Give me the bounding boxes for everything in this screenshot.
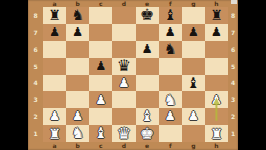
square-a6[interactable]: [43, 41, 66, 58]
square-a4[interactable]: [43, 75, 66, 92]
file-label-e: e: [136, 142, 159, 150]
black-rook-a8: ♜: [48, 8, 61, 22]
square-g8[interactable]: [182, 7, 205, 24]
square-f5[interactable]: [159, 58, 182, 75]
rank-label-5: 5: [28, 58, 43, 75]
square-e2[interactable]: ♝: [136, 108, 159, 125]
black-pawn-f7: ♟: [165, 26, 176, 39]
square-b2[interactable]: ♟: [66, 108, 89, 125]
white-pawn-g2: ♟: [188, 110, 199, 123]
rank-label-3: 3: [228, 91, 238, 108]
black-pawn-a7: ♟: [49, 26, 60, 39]
rank-label-6: 6: [28, 41, 43, 58]
square-d8[interactable]: [112, 7, 135, 24]
square-a1[interactable]: ♜: [43, 125, 66, 142]
square-f3[interactable]: ♞: [159, 91, 182, 108]
white-pawn-a2: ♟: [49, 110, 60, 123]
square-h5[interactable]: [205, 58, 228, 75]
rank-label-1: 1: [28, 125, 43, 142]
white-rook-h1: ♜: [210, 126, 223, 140]
white-knight-f3: ♞: [164, 92, 177, 107]
square-c7[interactable]: [89, 24, 112, 41]
white-pawn-c3: ♟: [95, 93, 106, 106]
square-a8[interactable]: ♜: [43, 7, 66, 24]
square-h3[interactable]: ♟: [205, 91, 228, 108]
square-b4[interactable]: [66, 75, 89, 92]
video-frame: abcdefgh abcdefgh 87654321 87654321 ♜♞♚♝…: [0, 0, 266, 150]
black-knight-f6: ♞: [164, 41, 177, 56]
white-pawn-f2: ♟: [165, 110, 176, 123]
square-e8[interactable]: ♚: [136, 7, 159, 24]
rank-label-7: 7: [228, 24, 238, 41]
square-h1[interactable]: ♜: [205, 125, 228, 142]
square-d1[interactable]: ♛: [112, 125, 135, 142]
file-label-h: h: [205, 0, 228, 7]
file-label-g: g: [182, 142, 205, 150]
white-pawn-d4: ♟: [118, 76, 129, 89]
black-pawn-e6: ♟: [141, 42, 152, 55]
square-f4[interactable]: [159, 75, 182, 92]
square-e6[interactable]: ♟: [136, 41, 159, 58]
square-a7[interactable]: ♟: [43, 24, 66, 41]
square-c5[interactable]: ♟: [89, 58, 112, 75]
square-h7[interactable]: ♟: [205, 24, 228, 41]
file-label-b: b: [66, 0, 89, 7]
square-f6[interactable]: ♞: [159, 41, 182, 58]
square-b6[interactable]: [66, 41, 89, 58]
rank-label-4: 4: [28, 75, 43, 92]
rank-label-2: 2: [28, 108, 43, 125]
square-h8[interactable]: ♜: [205, 7, 228, 24]
file-label-d: d: [112, 0, 135, 7]
square-b7[interactable]: ♟: [66, 24, 89, 41]
white-knight-b1: ♞: [71, 126, 84, 141]
square-c2[interactable]: [89, 108, 112, 125]
white-bishop-c1: ♝: [94, 126, 107, 141]
black-bishop-f8: ♝: [164, 8, 177, 23]
file-label-c: c: [89, 142, 112, 150]
black-pawn-b7: ♟: [72, 26, 83, 39]
file-label-f: f: [159, 0, 182, 7]
square-d3[interactable]: [112, 91, 135, 108]
white-queen-d1: ♛: [117, 125, 131, 141]
square-d6[interactable]: [112, 41, 135, 58]
rank-label-8: 8: [228, 7, 238, 24]
file-label-h: h: [205, 142, 228, 150]
video-artifact-dot: [231, 0, 237, 4]
square-c8[interactable]: [89, 7, 112, 24]
square-f2[interactable]: ♟: [159, 108, 182, 125]
rank-label-3: 3: [28, 91, 43, 108]
square-g1[interactable]: [182, 125, 205, 142]
black-pawn-c5: ♟: [95, 59, 106, 72]
square-g4[interactable]: ♝: [182, 75, 205, 92]
square-b3[interactable]: [66, 91, 89, 108]
white-pawn-h3: ♟: [211, 93, 222, 106]
square-f7[interactable]: ♟: [159, 24, 182, 41]
square-d2[interactable]: [112, 108, 135, 125]
rank-labels-right: 87654321: [228, 7, 238, 142]
square-b1[interactable]: ♞: [66, 125, 89, 142]
chess-board: abcdefgh abcdefgh 87654321 87654321 ♜♞♚♝…: [28, 0, 238, 150]
square-f8[interactable]: ♝: [159, 7, 182, 24]
white-bishop-e2: ♝: [141, 109, 154, 124]
square-a2[interactable]: ♟: [43, 108, 66, 125]
black-king-e8: ♚: [140, 7, 154, 23]
square-d7[interactable]: [112, 24, 135, 41]
file-label-d: d: [112, 142, 135, 150]
rank-label-4: 4: [228, 75, 238, 92]
square-e4[interactable]: [136, 75, 159, 92]
square-g6[interactable]: [182, 41, 205, 58]
square-c1[interactable]: ♝: [89, 125, 112, 142]
squares: ♜♞♚♝♜♟♟♟♟♟♟♞♟♛♟♝♟♞♟♟♟♝♟♟♜♞♝♛♚♜: [43, 7, 228, 142]
square-c4[interactable]: [89, 75, 112, 92]
white-rook-a1: ♜: [48, 126, 61, 140]
rank-label-5: 5: [228, 58, 238, 75]
square-g7[interactable]: ♟: [182, 24, 205, 41]
square-c6[interactable]: [89, 41, 112, 58]
rank-label-2: 2: [228, 108, 238, 125]
file-labels-top: abcdefgh: [43, 0, 228, 7]
white-king-e1: ♚: [140, 125, 154, 141]
rank-label-7: 7: [28, 24, 43, 41]
square-g2[interactable]: ♟: [182, 108, 205, 125]
square-e1[interactable]: ♚: [136, 125, 159, 142]
black-pawn-g7: ♟: [188, 26, 199, 39]
black-bishop-g4: ♝: [187, 75, 200, 90]
file-label-f: f: [159, 142, 182, 150]
square-e7[interactable]: [136, 24, 159, 41]
square-h4[interactable]: [205, 75, 228, 92]
black-pawn-h7: ♟: [211, 26, 222, 39]
square-f1[interactable]: [159, 125, 182, 142]
file-label-g: g: [182, 0, 205, 7]
square-h2[interactable]: [205, 108, 228, 125]
square-g5[interactable]: [182, 58, 205, 75]
square-d5[interactable]: ♛: [112, 58, 135, 75]
square-c3[interactable]: ♟: [89, 91, 112, 108]
square-a3[interactable]: [43, 91, 66, 108]
file-label-a: a: [43, 0, 66, 7]
square-d4[interactable]: ♟: [112, 75, 135, 92]
square-g3[interactable]: [182, 91, 205, 108]
file-label-e: e: [136, 0, 159, 7]
black-queen-d5: ♛: [117, 58, 131, 74]
black-rook-h8: ♜: [210, 8, 223, 22]
file-labels-bottom: abcdefgh: [43, 142, 228, 150]
file-label-c: c: [89, 0, 112, 7]
square-e3[interactable]: [136, 91, 159, 108]
square-h6[interactable]: [205, 41, 228, 58]
square-b5[interactable]: [66, 58, 89, 75]
rank-label-8: 8: [28, 7, 43, 24]
square-e5[interactable]: [136, 58, 159, 75]
file-label-b: b: [66, 142, 89, 150]
square-b8[interactable]: ♞: [66, 7, 89, 24]
rank-label-6: 6: [228, 41, 238, 58]
black-knight-b8: ♞: [71, 8, 84, 23]
square-a5[interactable]: [43, 58, 66, 75]
file-label-a: a: [43, 142, 66, 150]
rank-labels-left: 87654321: [28, 7, 43, 142]
white-pawn-b2: ♟: [72, 110, 83, 123]
rank-label-1: 1: [228, 125, 238, 142]
